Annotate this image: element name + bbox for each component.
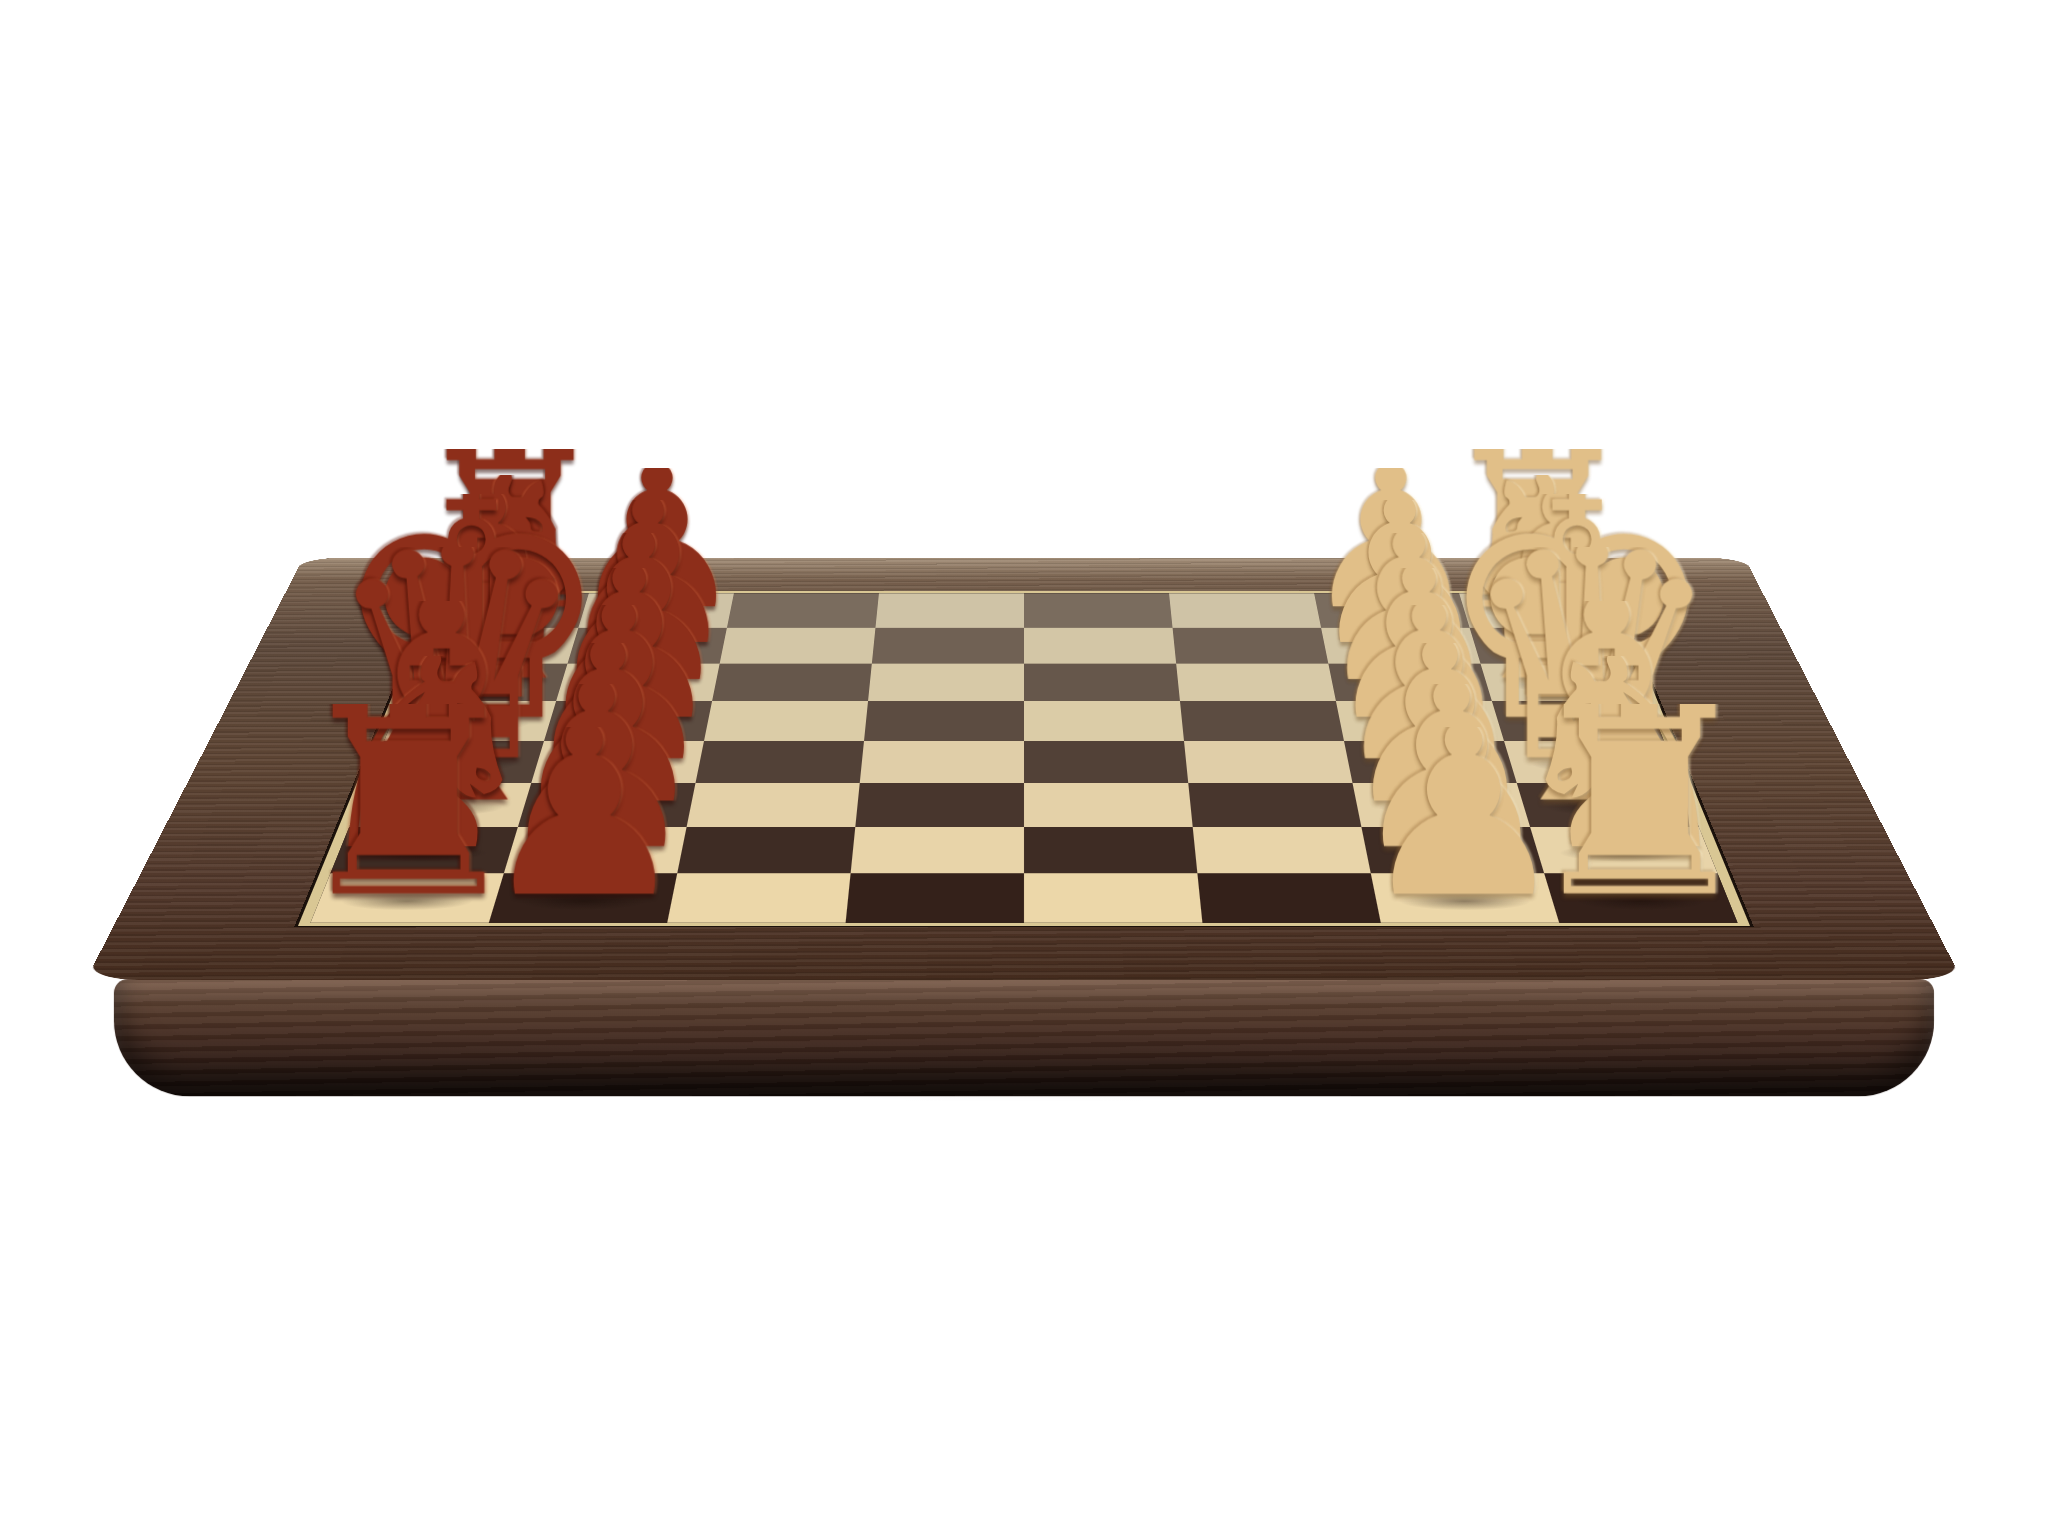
- playing-area: ♜♟♟♜♞♟♟♞♝♟♟♝♚♟♟♚♛♟♟♛♝♟♟♝♞♟♟♞♜♟♟♜: [298, 591, 1750, 926]
- piece-white-rook: ♜: [1544, 873, 1737, 922]
- white-rook-glyph: ♜: [1310, 704, 1969, 898]
- piece-black-rook: ♜: [310, 873, 503, 922]
- chess-photo-scene: ♜♟♟♜♞♟♟♞♝♟♟♝♚♟♟♚♛♟♟♛♝♟♟♝♞♟♟♞♜♟♟♜: [0, 0, 2048, 1535]
- chess-board: ♜♟♟♜♞♟♟♞♝♟♟♝♚♟♟♚♛♟♟♛♝♟♟♝♞♟♟♞♜♟♟♜: [86, 558, 1962, 980]
- board-front-edge: [114, 979, 1934, 1096]
- pieces-layer: ♜♟♟♜♞♟♟♞♝♟♟♝♚♟♟♚♛♟♟♛♝♟♟♝♞♟♟♞♜♟♟♜: [310, 593, 1737, 922]
- black-rook-glyph: ♜: [79, 704, 738, 898]
